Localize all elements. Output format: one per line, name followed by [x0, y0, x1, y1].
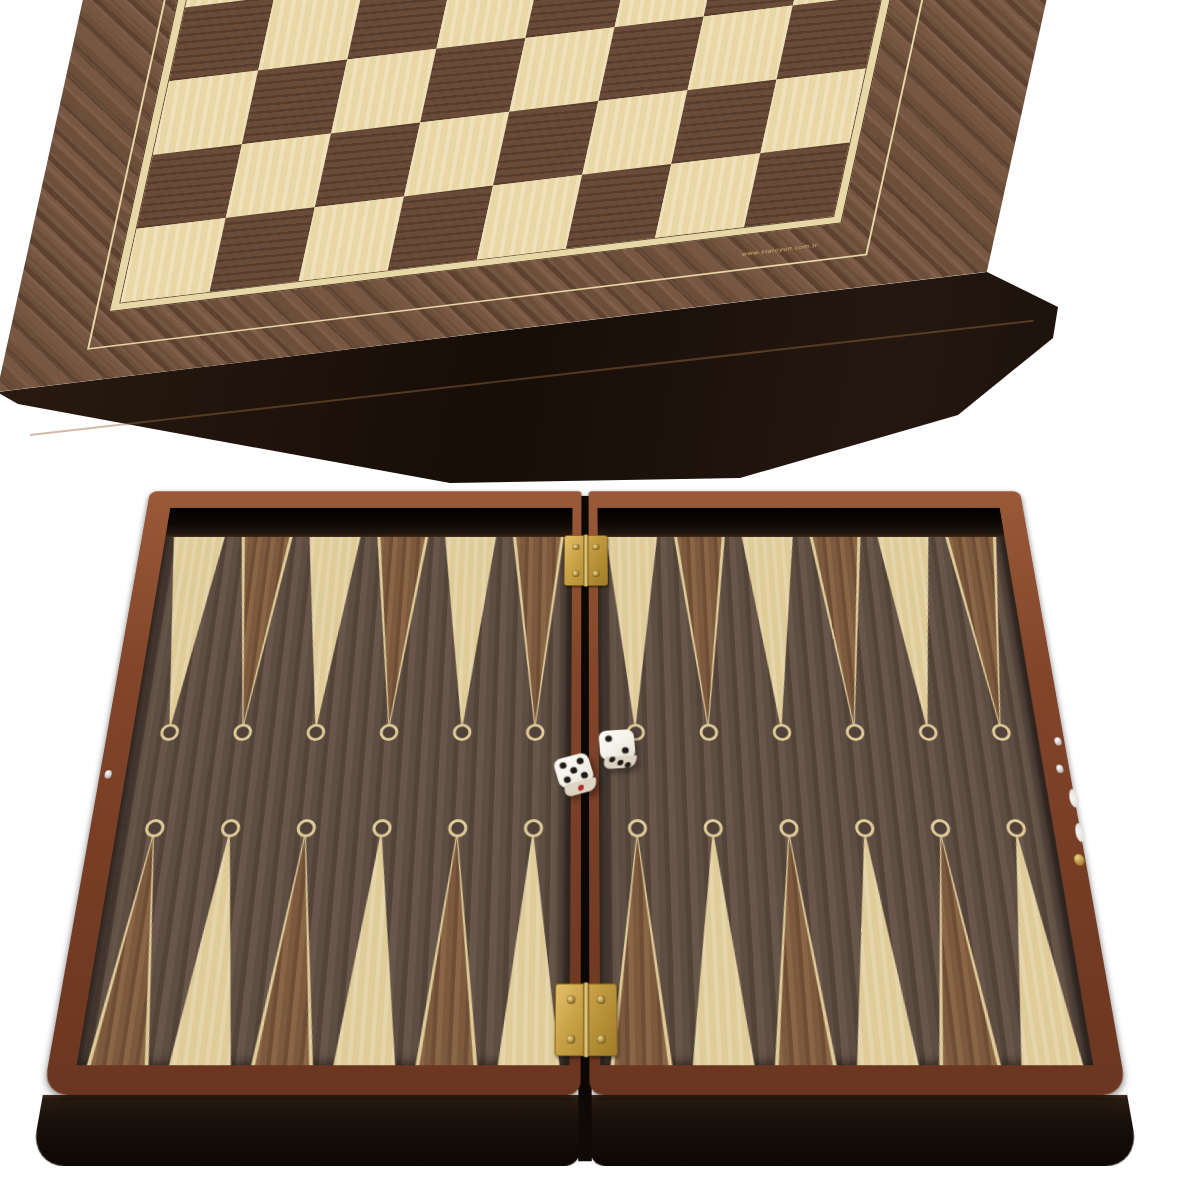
mid-bar-right	[599, 737, 1053, 823]
points-top-right-half	[598, 537, 1039, 737]
die-pip	[617, 759, 624, 765]
open-backgammon-board	[30, 491, 1140, 1166]
die-pip	[576, 757, 585, 765]
point-ring	[219, 819, 241, 837]
points-top-left-half	[132, 537, 573, 737]
point-19	[598, 537, 672, 737]
point-8	[405, 823, 495, 1065]
back-wall-left	[165, 508, 572, 537]
die-pip	[605, 735, 612, 742]
board-half-left-field	[77, 508, 573, 1065]
die-pip	[558, 761, 567, 769]
die-pip	[569, 766, 578, 774]
die-pip	[624, 762, 631, 768]
point-ring	[143, 819, 165, 837]
hinge-screw	[567, 996, 576, 1005]
brass-hinge-bottom	[554, 983, 617, 1056]
brass-hinge-top	[564, 535, 608, 585]
point-20	[665, 537, 745, 737]
hinge-screw	[572, 571, 579, 577]
hinge-screw	[573, 544, 580, 550]
latch-pin-right-rail-1	[1054, 737, 1062, 745]
brass-knob-right-rail	[1073, 854, 1085, 866]
hinge-knuckle	[583, 535, 589, 587]
point-18	[498, 537, 572, 737]
die-pip	[609, 757, 616, 763]
die-pip	[622, 747, 629, 754]
checker-cell	[760, 69, 865, 154]
point-ring	[447, 819, 467, 837]
point-ring	[778, 819, 799, 837]
point-ring	[295, 819, 316, 837]
point-ring	[703, 819, 723, 837]
checker-cell	[744, 142, 849, 227]
point-ring	[627, 819, 647, 837]
die-2	[598, 729, 637, 769]
hinge-knuckle	[583, 982, 590, 1057]
point-5	[675, 823, 765, 1065]
point-ring	[371, 819, 392, 837]
point-ring	[523, 819, 543, 837]
hinge-screw	[597, 996, 606, 1005]
points-bottom-right-half	[599, 823, 1093, 1065]
latch-pin-right-rail-2	[1056, 765, 1064, 773]
back-wall-right	[598, 508, 1005, 537]
hinge-screw	[592, 571, 599, 577]
points-bottom-left-half	[77, 823, 571, 1065]
checker-cell	[777, 0, 882, 79]
hinge-screw	[567, 1035, 576, 1044]
underside-right	[589, 1095, 1139, 1166]
die-front-face	[603, 755, 638, 769]
board-half-right-field	[598, 508, 1094, 1065]
hinge-screw	[592, 544, 599, 550]
latch-pin-left-rail	[104, 770, 112, 778]
point-17	[425, 537, 505, 737]
product-photo-stage: www.staroyun.com.tr	[0, 0, 1200, 1195]
underside-left	[30, 1095, 580, 1166]
hinge-screw	[597, 1035, 606, 1044]
mid-bar-left	[117, 737, 571, 823]
die-pip	[577, 784, 583, 791]
